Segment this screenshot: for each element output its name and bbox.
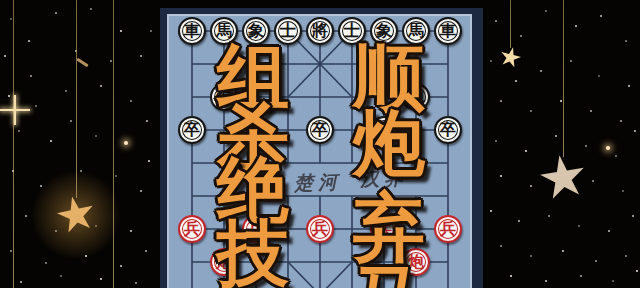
star-dot — [570, 60, 572, 62]
star-dot — [515, 80, 517, 82]
star-dot — [4, 55, 6, 57]
star-dot — [95, 135, 97, 137]
star-dot — [25, 215, 27, 217]
caption-char: 技 — [215, 215, 291, 288]
star-dot — [10, 18, 12, 20]
star-dot — [90, 8, 92, 10]
star-dot — [600, 15, 602, 17]
piece-red-soldier[interactable]: 兵 — [178, 215, 206, 243]
caption-char: 弃 — [351, 189, 427, 265]
star-dot — [632, 215, 634, 217]
star-dot — [45, 262, 47, 264]
star-dot — [495, 20, 497, 22]
piece-red-soldier[interactable]: 兵 — [306, 215, 334, 243]
star-dot — [598, 75, 600, 77]
star-dot — [548, 215, 550, 217]
thumbnail-stage: 車馬象士將士象馬車炮炮卒卒卒卒卒兵兵兵兵兵炮炮 楚河 汉界 组杀绝技顺炮弃马 — [0, 0, 640, 288]
piece-black-soldier[interactable]: 卒 — [306, 116, 334, 144]
star-dot — [150, 30, 152, 32]
hanging-string — [563, 0, 564, 157]
star-dot — [530, 255, 532, 257]
star-dot — [625, 40, 627, 42]
piece-black-soldier[interactable]: 卒 — [178, 116, 206, 144]
piece-black-chariot[interactable]: 車 — [434, 17, 462, 45]
star-dot — [580, 275, 582, 277]
star-dot — [500, 245, 502, 247]
star-dot — [560, 100, 562, 102]
star-dot — [490, 210, 492, 212]
star-dot — [578, 225, 580, 227]
star-dot — [628, 85, 630, 87]
star-dot — [490, 60, 492, 62]
star-dot — [562, 250, 564, 252]
xiangqi-board: 車馬象士將士象馬車炮炮卒卒卒卒卒兵兵兵兵兵炮炮 楚河 汉界 — [160, 8, 483, 288]
star-dot — [545, 280, 547, 282]
hanging-string — [13, 0, 14, 288]
star-dot — [495, 140, 497, 142]
star-dot — [525, 150, 527, 152]
star-dot — [55, 12, 57, 14]
piece-black-soldier[interactable]: 卒 — [434, 116, 462, 144]
star-dot — [60, 275, 62, 277]
piece-black-chariot[interactable]: 車 — [178, 17, 206, 45]
star-dot — [50, 140, 52, 142]
star-dot — [612, 280, 614, 282]
hanging-string — [113, 0, 114, 288]
star-dot — [120, 30, 122, 32]
star-dot — [520, 35, 522, 37]
star-dot — [30, 75, 32, 77]
star-dot — [620, 120, 622, 122]
beige-star-icon — [537, 152, 590, 205]
star-dot — [10, 250, 12, 252]
piece-red-soldier[interactable]: 兵 — [434, 215, 462, 243]
river-text-left: 楚河 — [294, 169, 343, 197]
star-dot — [35, 105, 37, 107]
sparkle-star-icon — [0, 95, 30, 125]
star-dot — [140, 190, 142, 192]
star-dot — [634, 130, 636, 132]
caption-char: 炮 — [351, 105, 427, 181]
star-dot — [608, 230, 610, 232]
bright-star-dot — [606, 146, 610, 150]
star-dot — [500, 100, 502, 102]
bright-star-dot — [124, 141, 128, 145]
star-dot — [145, 250, 147, 252]
star-dot — [110, 60, 112, 62]
piece-black-general[interactable]: 將 — [306, 17, 334, 45]
caption-char: 马 — [351, 259, 427, 288]
star-dot — [65, 90, 67, 92]
star-dot — [148, 160, 150, 162]
small-glow-star-icon — [498, 45, 523, 70]
star-dot — [530, 110, 532, 112]
board-grid — [160, 8, 483, 288]
star-dot — [500, 175, 502, 177]
star-dot — [540, 70, 542, 72]
hanging-string — [76, 0, 77, 198]
star-dot — [545, 10, 547, 12]
star-dot — [115, 175, 117, 177]
star-dot — [18, 130, 20, 132]
star-dot — [592, 180, 594, 182]
hanging-string — [510, 0, 511, 48]
star-dot — [28, 40, 30, 42]
star-dot — [615, 155, 617, 157]
star-dot — [20, 281, 22, 283]
star-dot — [100, 278, 102, 280]
star-dot — [518, 220, 520, 222]
star-dot — [555, 135, 557, 137]
star-dot — [575, 25, 577, 27]
star-dot — [146, 120, 148, 122]
star-dot — [135, 282, 137, 284]
star-dot — [625, 255, 627, 257]
star-dot — [636, 270, 638, 272]
star-dot — [140, 55, 142, 57]
star-dot — [585, 145, 587, 147]
star-dot — [510, 275, 512, 277]
star-dot — [130, 100, 132, 102]
star-dot — [622, 190, 624, 192]
star-dot — [120, 265, 122, 267]
star-dot — [590, 110, 592, 112]
shooting-star-icon — [76, 58, 89, 67]
star-dot — [70, 120, 72, 122]
star-dot — [530, 185, 532, 187]
star-dot — [130, 230, 132, 232]
star-dot — [595, 260, 597, 262]
star-dot — [100, 85, 102, 87]
